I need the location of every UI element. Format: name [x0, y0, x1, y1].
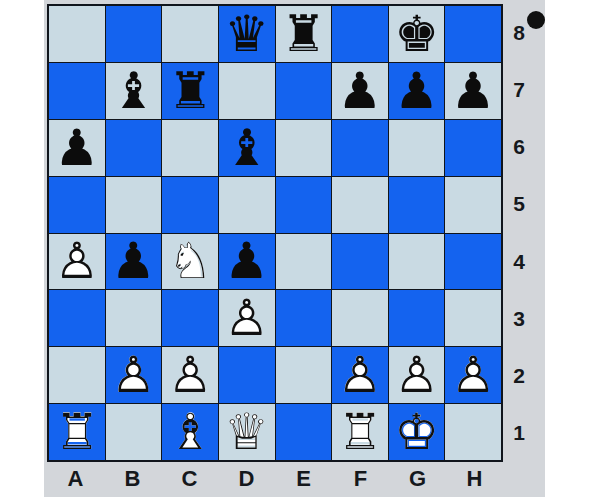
piece-outline: ♙	[445, 347, 501, 403]
white-pawn[interactable]: ♟♙	[49, 234, 105, 290]
rank-label-4: 4	[504, 233, 534, 290]
rank-label-2: 2	[504, 348, 534, 405]
square-f7[interactable]: ♟	[332, 63, 388, 119]
side-to-move-indicator	[527, 11, 545, 29]
square-d8[interactable]: ♛	[219, 6, 275, 62]
square-h2[interactable]: ♟♙	[445, 347, 501, 403]
piece-outline: ♔	[389, 404, 445, 460]
square-h7[interactable]: ♟	[445, 63, 501, 119]
square-h5[interactable]	[445, 177, 501, 233]
square-d6[interactable]: ♝	[219, 120, 275, 176]
square-f5[interactable]	[332, 177, 388, 233]
square-f4[interactable]	[332, 234, 388, 290]
piece-fill: ♟	[445, 63, 501, 119]
piece-fill: ♜	[276, 6, 332, 62]
white-bishop[interactable]: ♝♗	[162, 404, 218, 460]
square-h4[interactable]	[445, 234, 501, 290]
black-rook[interactable]: ♜	[276, 6, 332, 62]
square-f2[interactable]: ♟♙	[332, 347, 388, 403]
square-b4[interactable]: ♟	[106, 234, 162, 290]
black-bishop[interactable]: ♝	[106, 63, 162, 119]
piece-outline: ♙	[162, 347, 218, 403]
square-b1[interactable]	[106, 404, 162, 460]
square-f1[interactable]: ♜♖	[332, 404, 388, 460]
rank-label-6: 6	[504, 119, 534, 176]
square-c2[interactable]: ♟♙	[162, 347, 218, 403]
square-c8[interactable]	[162, 6, 218, 62]
square-b6[interactable]	[106, 120, 162, 176]
square-c5[interactable]	[162, 177, 218, 233]
square-e5[interactable]	[276, 177, 332, 233]
square-d5[interactable]	[219, 177, 275, 233]
page: { "game": "chess", "position": { "fen": …	[0, 0, 591, 497]
white-pawn[interactable]: ♟♙	[332, 347, 388, 403]
file-label-e: E	[275, 462, 332, 496]
square-b8[interactable]	[106, 6, 162, 62]
square-a3[interactable]	[49, 290, 105, 346]
white-pawn[interactable]: ♟♙	[389, 347, 445, 403]
square-g4[interactable]	[389, 234, 445, 290]
square-d3[interactable]: ♟♙	[219, 290, 275, 346]
piece-outline: ♙	[219, 290, 275, 346]
file-label-b: B	[104, 462, 161, 496]
piece-fill: ♟	[219, 234, 275, 290]
file-labels: ABCDEFGH	[47, 462, 503, 496]
square-d2[interactable]	[219, 347, 275, 403]
rank-label-3: 3	[504, 290, 534, 347]
square-a2[interactable]	[49, 347, 105, 403]
file-label-g: G	[389, 462, 446, 496]
square-h3[interactable]	[445, 290, 501, 346]
black-king[interactable]: ♚	[389, 6, 445, 62]
white-pawn[interactable]: ♟♙	[162, 347, 218, 403]
square-e3[interactable]	[276, 290, 332, 346]
white-pawn[interactable]: ♟♙	[445, 347, 501, 403]
square-a5[interactable]	[49, 177, 105, 233]
black-pawn[interactable]: ♟	[219, 234, 275, 290]
square-f3[interactable]	[332, 290, 388, 346]
rank-label-1: 1	[504, 405, 534, 462]
square-g7[interactable]: ♟	[389, 63, 445, 119]
square-e1[interactable]	[276, 404, 332, 460]
black-pawn[interactable]: ♟	[49, 120, 105, 176]
square-e7[interactable]	[276, 63, 332, 119]
square-a7[interactable]	[49, 63, 105, 119]
square-g6[interactable]	[389, 120, 445, 176]
square-d1[interactable]: ♛♕	[219, 404, 275, 460]
piece-outline: ♕	[219, 404, 275, 460]
white-pawn[interactable]: ♟♙	[106, 347, 162, 403]
white-pawn[interactable]: ♟♙	[219, 290, 275, 346]
square-h6[interactable]	[445, 120, 501, 176]
square-e2[interactable]	[276, 347, 332, 403]
square-b2[interactable]: ♟♙	[106, 347, 162, 403]
piece-outline: ♘	[162, 234, 218, 290]
square-a1[interactable]: ♜♖	[49, 404, 105, 460]
piece-outline: ♙	[389, 347, 445, 403]
square-e6[interactable]	[276, 120, 332, 176]
rank-label-7: 7	[504, 61, 534, 118]
square-g2[interactable]: ♟♙	[389, 347, 445, 403]
square-g3[interactable]	[389, 290, 445, 346]
file-label-d: D	[218, 462, 275, 496]
square-c3[interactable]	[162, 290, 218, 346]
square-a4[interactable]: ♟♙	[49, 234, 105, 290]
piece-outline: ♙	[332, 347, 388, 403]
square-a8[interactable]	[49, 6, 105, 62]
square-d4[interactable]: ♟	[219, 234, 275, 290]
black-queen[interactable]: ♛	[219, 6, 275, 62]
piece-fill: ♚	[389, 6, 445, 62]
piece-outline: ♙	[106, 347, 162, 403]
square-g5[interactable]	[389, 177, 445, 233]
piece-fill: ♟	[389, 63, 445, 119]
square-f6[interactable]	[332, 120, 388, 176]
white-rook[interactable]: ♜♖	[49, 404, 105, 460]
black-pawn[interactable]: ♟	[332, 63, 388, 119]
file-label-f: F	[332, 462, 389, 496]
piece-fill: ♝	[219, 120, 275, 176]
white-king[interactable]: ♚♔	[389, 404, 445, 460]
square-e4[interactable]	[276, 234, 332, 290]
square-c6[interactable]	[162, 120, 218, 176]
piece-fill: ♟	[106, 234, 162, 290]
square-f8[interactable]	[332, 6, 388, 62]
black-pawn[interactable]: ♟	[106, 234, 162, 290]
square-b3[interactable]	[106, 290, 162, 346]
square-e8[interactable]: ♜	[276, 6, 332, 62]
file-label-h: H	[446, 462, 503, 496]
piece-outline: ♙	[49, 234, 105, 290]
rank-labels: 87654321	[504, 4, 534, 462]
square-g1[interactable]: ♚♔	[389, 404, 445, 460]
file-label-a: A	[47, 462, 104, 496]
piece-fill: ♛	[219, 6, 275, 62]
square-c7[interactable]: ♜	[162, 63, 218, 119]
square-c1[interactable]: ♝♗	[162, 404, 218, 460]
board: ♛♜♚♝♜♟♟♟♟♝♟♙♟♞♘♟♟♙♟♙♟♙♟♙♟♙♟♙♜♖♝♗♛♕♜♖♚♔	[47, 4, 503, 462]
piece-outline: ♖	[332, 404, 388, 460]
black-pawn[interactable]: ♟	[389, 63, 445, 119]
rank-label-5: 5	[504, 176, 534, 233]
piece-fill: ♜	[162, 63, 218, 119]
square-h8[interactable]	[445, 6, 501, 62]
piece-outline: ♖	[49, 404, 105, 460]
white-knight[interactable]: ♞♘	[162, 234, 218, 290]
file-label-c: C	[161, 462, 218, 496]
square-b5[interactable]	[106, 177, 162, 233]
square-d7[interactable]	[219, 63, 275, 119]
black-pawn[interactable]: ♟	[445, 63, 501, 119]
piece-fill: ♝	[106, 63, 162, 119]
piece-fill: ♟	[332, 63, 388, 119]
piece-fill: ♟	[49, 120, 105, 176]
black-rook[interactable]: ♜	[162, 63, 218, 119]
square-b7[interactable]: ♝	[106, 63, 162, 119]
square-g8[interactable]: ♚	[389, 6, 445, 62]
square-a6[interactable]: ♟	[49, 120, 105, 176]
square-h1[interactable]	[445, 404, 501, 460]
black-bishop[interactable]: ♝	[219, 120, 275, 176]
piece-outline: ♗	[162, 404, 218, 460]
square-c4[interactable]: ♞♘	[162, 234, 218, 290]
white-rook[interactable]: ♜♖	[332, 404, 388, 460]
white-queen[interactable]: ♛♕	[219, 404, 275, 460]
